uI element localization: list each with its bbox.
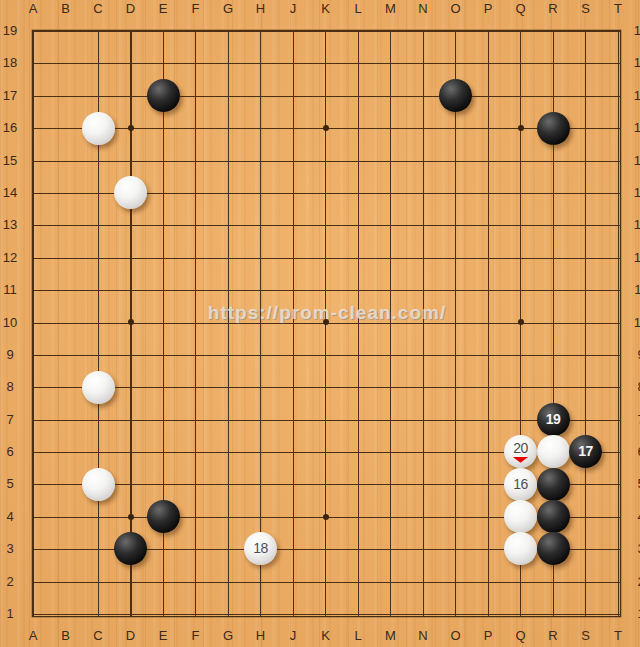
stone-black-E4[interactable] [147, 500, 180, 533]
stone-white-Q3[interactable] [504, 532, 537, 565]
move-number: 20 [513, 441, 528, 456]
move-number: 16 [513, 477, 528, 492]
stone-white-Q6[interactable]: 20 [504, 435, 537, 468]
move-number: 19 [546, 412, 561, 427]
col-label-bottom-M: M [378, 629, 404, 643]
stone-white-R6[interactable] [537, 435, 570, 468]
col-label-bottom-D: D [118, 629, 144, 643]
stone-white-Q4[interactable] [504, 500, 537, 533]
stone-black-E17[interactable] [147, 79, 180, 112]
col-label-bottom-N: N [410, 629, 436, 643]
col-label-bottom-H: H [248, 629, 274, 643]
stone-black-R5[interactable] [537, 468, 570, 501]
move-number: 17 [578, 444, 593, 459]
stone-black-R3[interactable] [537, 532, 570, 565]
stone-white-C16[interactable] [82, 112, 115, 145]
col-label-bottom-O: O [443, 629, 469, 643]
star-point-Q10 [518, 319, 524, 325]
star-point-D10 [128, 319, 134, 325]
col-label-bottom-B: B [53, 629, 79, 643]
star-point-K10 [323, 319, 329, 325]
stone-black-R4[interactable] [537, 500, 570, 533]
col-label-bottom-A: A [20, 629, 46, 643]
last-move-marker-icon [513, 457, 529, 463]
col-label-bottom-J: J [280, 629, 306, 643]
star-point-Q16 [518, 125, 524, 131]
col-label-bottom-S: S [573, 629, 599, 643]
stone-white-C8[interactable] [82, 371, 115, 404]
col-label-bottom-C: C [85, 629, 111, 643]
stone-black-R7[interactable]: 19 [537, 403, 570, 436]
stone-black-R16[interactable] [537, 112, 570, 145]
star-point-D4 [128, 514, 134, 520]
go-board-diagram: ABCDEFGHJKLMNOPQRST ABCDEFGHJKLMNOPQRST … [0, 0, 640, 647]
star-point-D16 [128, 125, 134, 131]
stone-white-H3[interactable]: 18 [244, 532, 277, 565]
star-point-K16 [323, 125, 329, 131]
stone-white-C5[interactable] [82, 468, 115, 501]
board-intersections[interactable]: 1819201716 [17, 15, 635, 630]
col-label-bottom-R: R [540, 629, 566, 643]
col-label-bottom-K: K [313, 629, 339, 643]
stone-black-S6[interactable]: 17 [569, 435, 602, 468]
stone-black-O17[interactable] [439, 79, 472, 112]
move-number: 18 [253, 541, 268, 556]
stone-white-D14[interactable] [114, 176, 147, 209]
col-label-bottom-E: E [150, 629, 176, 643]
col-label-bottom-P: P [475, 629, 501, 643]
star-point-K4 [323, 514, 329, 520]
col-label-bottom-Q: Q [508, 629, 534, 643]
stone-white-Q5[interactable]: 16 [504, 468, 537, 501]
stone-black-D3[interactable] [114, 532, 147, 565]
col-label-bottom-L: L [345, 629, 371, 643]
col-label-bottom-F: F [183, 629, 209, 643]
col-label-bottom-T: T [605, 629, 631, 643]
col-label-bottom-G: G [215, 629, 241, 643]
